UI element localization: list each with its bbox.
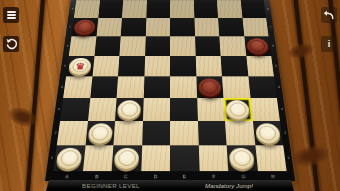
square-B4[interactable]	[90, 76, 118, 98]
square-F8[interactable]	[193, 0, 218, 18]
square-H4[interactable]	[248, 76, 277, 98]
square-E5[interactable]	[170, 56, 196, 77]
square-G2	[225, 121, 255, 145]
square-G6	[219, 36, 246, 55]
file-labels: ABCDEFGH	[52, 171, 288, 181]
square-D5	[144, 56, 170, 77]
square-C4	[117, 76, 144, 98]
king-crown-icon: ♛	[68, 58, 92, 75]
square-D7	[145, 18, 170, 37]
square-C8	[122, 0, 147, 18]
square-C6	[119, 36, 145, 55]
square-D6[interactable]	[145, 36, 170, 55]
square-H1	[255, 145, 287, 171]
file-label-B: B	[82, 171, 112, 181]
square-E3[interactable]	[170, 98, 197, 121]
square-E1[interactable]	[170, 145, 199, 171]
file-label-F: F	[199, 171, 229, 181]
square-E8	[170, 0, 194, 18]
square-E6	[170, 36, 195, 55]
square-F3	[197, 98, 225, 121]
file-label-C: C	[111, 171, 141, 181]
square-F6[interactable]	[195, 36, 221, 55]
square-D1	[141, 145, 170, 171]
square-G3[interactable]	[223, 98, 252, 121]
square-B2[interactable]	[85, 121, 115, 145]
square-A3[interactable]	[60, 98, 90, 121]
piece-white-man[interactable]	[87, 123, 112, 143]
square-B3	[88, 98, 117, 121]
piece-white-man[interactable]	[255, 123, 281, 143]
square-A6	[69, 36, 96, 55]
square-H2[interactable]	[252, 121, 283, 145]
square-D8[interactable]	[146, 0, 170, 18]
square-G5[interactable]	[221, 56, 248, 77]
square-F4[interactable]	[196, 76, 223, 98]
piece-red-man[interactable]	[73, 19, 95, 34]
square-G7[interactable]	[218, 18, 244, 37]
piece-white-king[interactable]: ♛	[68, 58, 92, 75]
file-label-G: G	[228, 171, 258, 181]
menu-button[interactable]	[3, 7, 19, 23]
info-icon: i	[328, 40, 331, 49]
wood-knot	[290, 142, 331, 169]
square-A4	[63, 76, 92, 98]
square-F2[interactable]	[197, 121, 226, 145]
board: ♛ ABCDEFGH 12345678 12345678 ABCDEFGH	[45, 0, 295, 181]
square-B8[interactable]	[98, 0, 123, 18]
square-A8	[74, 0, 100, 18]
piece-white-man[interactable]	[117, 100, 141, 119]
square-H7	[242, 18, 269, 37]
restart-button[interactable]	[3, 36, 19, 52]
square-H6[interactable]	[244, 36, 271, 55]
square-B5	[92, 56, 119, 77]
square-C3[interactable]	[115, 98, 143, 121]
undo-button[interactable]	[321, 7, 337, 23]
square-C7[interactable]	[121, 18, 146, 37]
square-C2	[113, 121, 142, 145]
app-screen: i ♛ ABCDEFGH 12345678 12345678 ABCDEFGH …	[0, 0, 340, 191]
restart-icon	[5, 38, 17, 50]
square-D3	[143, 98, 170, 121]
square-E7[interactable]	[170, 18, 195, 37]
info-button[interactable]: i	[321, 36, 337, 52]
square-A5[interactable]: ♛	[66, 56, 94, 77]
status-hint-text: Mandatory Jump!	[190, 182, 267, 190]
square-G8	[217, 0, 242, 18]
piece-white-man[interactable]	[229, 147, 255, 168]
status-level-text: BEGINNER LEVEL	[64, 182, 157, 190]
square-B6[interactable]	[94, 36, 121, 55]
file-label-D: D	[141, 171, 171, 181]
hamburger-icon	[7, 11, 16, 19]
file-label-A: A	[52, 171, 82, 181]
square-A1[interactable]	[53, 145, 85, 171]
square-A2	[57, 121, 88, 145]
piece-red-man[interactable]	[246, 38, 269, 54]
square-G1[interactable]	[227, 145, 258, 171]
board-front-edge: BEGINNER LEVEL Mandatory Jump!	[46, 180, 294, 191]
file-label-E: E	[170, 171, 200, 181]
wood-knot	[287, 41, 316, 61]
square-F5	[195, 56, 222, 77]
undo-icon	[323, 9, 335, 21]
piece-white-man[interactable]	[226, 100, 251, 119]
file-label-H: H	[258, 171, 288, 181]
square-B7	[96, 18, 122, 37]
board-squares: ♛	[53, 0, 286, 171]
piece-red-man[interactable]	[198, 78, 221, 96]
square-F7	[194, 18, 219, 37]
square-E2	[170, 121, 198, 145]
square-H3	[250, 98, 280, 121]
piece-white-man[interactable]	[56, 147, 83, 168]
square-C5[interactable]	[118, 56, 145, 77]
square-D2[interactable]	[142, 121, 170, 145]
square-E4	[170, 76, 197, 98]
square-D4[interactable]	[143, 76, 170, 98]
square-F1	[198, 145, 228, 171]
plank-seam	[24, 0, 46, 191]
piece-white-man[interactable]	[114, 147, 139, 168]
board-frame: ♛ ABCDEFGH 12345678 12345678 ABCDEFGH	[45, 0, 295, 181]
square-A7[interactable]	[71, 18, 98, 37]
square-B1	[82, 145, 113, 171]
square-H8[interactable]	[240, 0, 266, 18]
square-H5	[246, 56, 274, 77]
square-C1[interactable]	[112, 145, 142, 171]
square-G4	[222, 76, 250, 98]
